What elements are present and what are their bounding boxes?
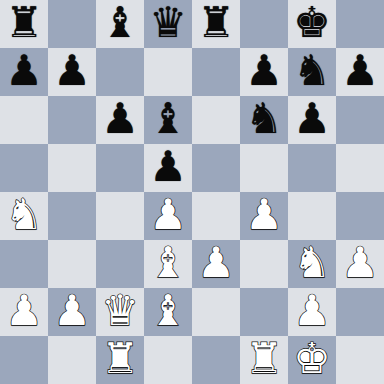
square-b2[interactable]: ♟	[48, 288, 96, 336]
square-f3[interactable]	[240, 240, 288, 288]
square-e3[interactable]: ♟	[192, 240, 240, 288]
square-c1[interactable]: ♜	[96, 336, 144, 384]
piece-black-pawn: ♟	[341, 48, 379, 95]
square-b1[interactable]	[48, 336, 96, 384]
square-e8[interactable]: ♜	[192, 0, 240, 48]
square-a6[interactable]	[0, 96, 48, 144]
chess-board: ♜♝♛♜♚♟♟♟♞♟♟♝♞♟♟♞♟♟♝♟♞♟♟♟♛♝♟♜♜♚	[0, 0, 384, 384]
square-f4[interactable]: ♟	[240, 192, 288, 240]
square-f1[interactable]: ♜	[240, 336, 288, 384]
piece-white-pawn: ♟	[5, 288, 43, 335]
piece-white-pawn: ♟	[293, 288, 331, 335]
square-d1[interactable]	[144, 336, 192, 384]
square-a5[interactable]	[0, 144, 48, 192]
square-f7[interactable]: ♟	[240, 48, 288, 96]
piece-white-pawn: ♟	[245, 192, 283, 239]
square-c7[interactable]	[96, 48, 144, 96]
square-d8[interactable]: ♛	[144, 0, 192, 48]
piece-black-rook: ♜	[5, 0, 43, 47]
square-g1[interactable]: ♚	[288, 336, 336, 384]
square-d6[interactable]: ♝	[144, 96, 192, 144]
piece-white-king: ♚	[293, 336, 331, 383]
square-g4[interactable]	[288, 192, 336, 240]
square-c2[interactable]: ♛	[96, 288, 144, 336]
square-d3[interactable]: ♝	[144, 240, 192, 288]
square-h3[interactable]: ♟	[336, 240, 384, 288]
square-d4[interactable]: ♟	[144, 192, 192, 240]
square-d7[interactable]	[144, 48, 192, 96]
piece-black-bishop: ♝	[101, 0, 139, 47]
square-c5[interactable]	[96, 144, 144, 192]
square-a8[interactable]: ♜	[0, 0, 48, 48]
square-f5[interactable]	[240, 144, 288, 192]
square-g2[interactable]: ♟	[288, 288, 336, 336]
square-d2[interactable]: ♝	[144, 288, 192, 336]
square-h8[interactable]	[336, 0, 384, 48]
square-a1[interactable]	[0, 336, 48, 384]
square-c6[interactable]: ♟	[96, 96, 144, 144]
piece-white-knight: ♞	[293, 240, 331, 287]
square-b5[interactable]	[48, 144, 96, 192]
square-h1[interactable]	[336, 336, 384, 384]
piece-white-pawn: ♟	[197, 240, 235, 287]
piece-white-rook: ♜	[245, 336, 283, 383]
square-b8[interactable]	[48, 0, 96, 48]
square-a7[interactable]: ♟	[0, 48, 48, 96]
piece-white-bishop: ♝	[149, 288, 187, 335]
square-e1[interactable]	[192, 336, 240, 384]
square-e4[interactable]	[192, 192, 240, 240]
square-f6[interactable]: ♞	[240, 96, 288, 144]
piece-black-rook: ♜	[197, 0, 235, 47]
square-g8[interactable]: ♚	[288, 0, 336, 48]
piece-white-queen: ♛	[101, 288, 139, 335]
piece-black-pawn: ♟	[293, 96, 331, 143]
square-g6[interactable]: ♟	[288, 96, 336, 144]
square-g3[interactable]: ♞	[288, 240, 336, 288]
square-e7[interactable]	[192, 48, 240, 96]
piece-white-bishop: ♝	[149, 240, 187, 287]
piece-black-pawn: ♟	[245, 48, 283, 95]
piece-black-knight: ♞	[245, 96, 283, 143]
square-g5[interactable]	[288, 144, 336, 192]
square-h2[interactable]	[336, 288, 384, 336]
square-a2[interactable]: ♟	[0, 288, 48, 336]
square-e5[interactable]	[192, 144, 240, 192]
square-c4[interactable]	[96, 192, 144, 240]
piece-white-pawn: ♟	[341, 240, 379, 287]
piece-black-pawn: ♟	[149, 144, 187, 191]
square-c8[interactable]: ♝	[96, 0, 144, 48]
square-h7[interactable]: ♟	[336, 48, 384, 96]
piece-black-pawn: ♟	[101, 96, 139, 143]
piece-white-knight: ♞	[5, 192, 43, 239]
piece-white-pawn: ♟	[149, 192, 187, 239]
piece-black-pawn: ♟	[53, 48, 91, 95]
square-h5[interactable]	[336, 144, 384, 192]
piece-black-queen: ♛	[149, 0, 187, 47]
square-d5[interactable]: ♟	[144, 144, 192, 192]
square-h6[interactable]	[336, 96, 384, 144]
square-a3[interactable]	[0, 240, 48, 288]
square-c3[interactable]	[96, 240, 144, 288]
piece-black-pawn: ♟	[5, 48, 43, 95]
piece-black-king: ♚	[293, 0, 331, 47]
square-f2[interactable]	[240, 288, 288, 336]
piece-white-pawn: ♟	[53, 288, 91, 335]
square-b7[interactable]: ♟	[48, 48, 96, 96]
square-h4[interactable]	[336, 192, 384, 240]
piece-black-knight: ♞	[293, 48, 331, 95]
square-e2[interactable]	[192, 288, 240, 336]
square-b6[interactable]	[48, 96, 96, 144]
square-a4[interactable]: ♞	[0, 192, 48, 240]
square-b4[interactable]	[48, 192, 96, 240]
square-g7[interactable]: ♞	[288, 48, 336, 96]
square-e6[interactable]	[192, 96, 240, 144]
piece-black-bishop: ♝	[149, 96, 187, 143]
square-f8[interactable]	[240, 0, 288, 48]
piece-white-rook: ♜	[101, 336, 139, 383]
square-b3[interactable]	[48, 240, 96, 288]
